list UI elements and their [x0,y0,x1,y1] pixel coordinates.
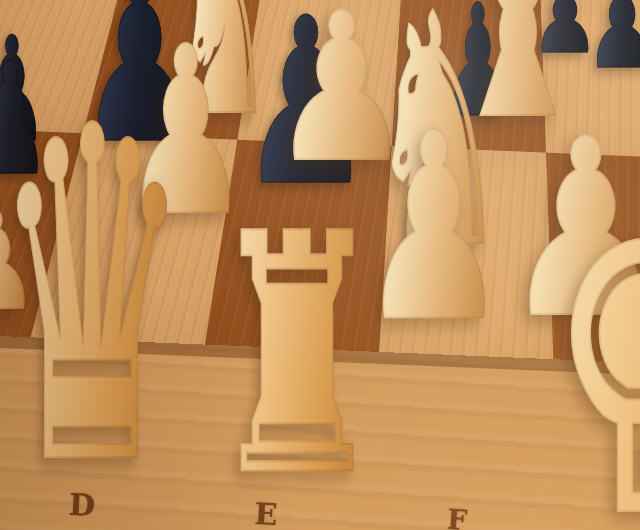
chess-photo-scene: DEF ♟♟♟♝♞♟♟♟♟♟♟♞♟♟♟♜♛♚ [0,0,640,530]
piece-white-queen-d1: ♛ [0,68,191,528]
file-label-e: E [254,496,279,530]
file-label-f: F [446,503,468,530]
piece-white-king-g1: ♚ [536,114,640,530]
file-label-d: D [68,487,96,523]
piece-white-rook-e1: ♜ [208,191,386,521]
